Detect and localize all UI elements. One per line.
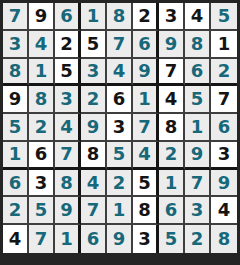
cell-r2c2[interactable]: 4: [29, 31, 55, 59]
cell-r9c9[interactable]: 8: [211, 225, 237, 253]
cell-r6c6[interactable]: 4: [133, 142, 159, 170]
cell-r2c7[interactable]: 9: [159, 31, 185, 59]
cell-r3c8[interactable]: 6: [185, 59, 211, 87]
cell-r2c6[interactable]: 6: [133, 31, 159, 59]
cell-r3c9[interactable]: 2: [211, 59, 237, 87]
cell-r2c1[interactable]: 3: [3, 31, 29, 59]
cell-r4c2[interactable]: 8: [29, 86, 55, 114]
cell-r8c3[interactable]: 9: [55, 197, 81, 225]
cell-r8c5[interactable]: 1: [107, 197, 133, 225]
cell-r1c1[interactable]: 7: [3, 3, 29, 31]
cell-r6c3[interactable]: 7: [55, 142, 81, 170]
cell-r9c4[interactable]: 6: [81, 225, 107, 253]
cell-r4c5[interactable]: 6: [107, 86, 133, 114]
cell-r6c4[interactable]: 8: [81, 142, 107, 170]
cell-r1c3[interactable]: 6: [55, 3, 81, 31]
cell-r6c8[interactable]: 9: [185, 142, 211, 170]
cell-r3c5[interactable]: 4: [107, 59, 133, 87]
cell-r6c5[interactable]: 5: [107, 142, 133, 170]
cell-r8c9[interactable]: 4: [211, 197, 237, 225]
cell-r1c7[interactable]: 3: [159, 3, 185, 31]
cell-r4c7[interactable]: 4: [159, 86, 185, 114]
cell-r3c3[interactable]: 5: [55, 59, 81, 87]
cell-r5c7[interactable]: 8: [159, 114, 185, 142]
cell-r2c9[interactable]: 1: [211, 31, 237, 59]
cell-r4c1[interactable]: 9: [3, 86, 29, 114]
cell-r3c6[interactable]: 9: [133, 59, 159, 87]
cell-r3c4[interactable]: 3: [81, 59, 107, 87]
cell-r5c9[interactable]: 6: [211, 114, 237, 142]
cell-r2c3[interactable]: 2: [55, 31, 81, 59]
cell-r5c8[interactable]: 1: [185, 114, 211, 142]
cell-r7c5[interactable]: 2: [107, 170, 133, 198]
cell-r5c6[interactable]: 7: [133, 114, 159, 142]
cell-r5c5[interactable]: 3: [107, 114, 133, 142]
cell-r5c3[interactable]: 4: [55, 114, 81, 142]
cell-r8c1[interactable]: 2: [3, 197, 29, 225]
cell-r7c9[interactable]: 9: [211, 170, 237, 198]
cell-r2c8[interactable]: 8: [185, 31, 211, 59]
cell-r2c5[interactable]: 7: [107, 31, 133, 59]
cell-r1c8[interactable]: 4: [185, 3, 211, 31]
sudoku-board-frame: 7961823453425769818153497629832614575249…: [0, 0, 240, 265]
cell-r3c2[interactable]: 1: [29, 59, 55, 87]
cell-r7c4[interactable]: 4: [81, 170, 107, 198]
cell-r9c7[interactable]: 5: [159, 225, 185, 253]
cell-r9c5[interactable]: 9: [107, 225, 133, 253]
cell-r9c3[interactable]: 1: [55, 225, 81, 253]
cell-r3c7[interactable]: 7: [159, 59, 185, 87]
cell-r7c8[interactable]: 7: [185, 170, 211, 198]
cell-r5c2[interactable]: 2: [29, 114, 55, 142]
cell-r1c6[interactable]: 2: [133, 3, 159, 31]
cell-r6c9[interactable]: 3: [211, 142, 237, 170]
cell-r9c6[interactable]: 3: [133, 225, 159, 253]
cell-r7c7[interactable]: 1: [159, 170, 185, 198]
cell-r6c2[interactable]: 6: [29, 142, 55, 170]
sudoku-board: 7961823453425769818153497629832614575249…: [3, 3, 237, 253]
cell-r8c7[interactable]: 6: [159, 197, 185, 225]
cell-r9c1[interactable]: 4: [3, 225, 29, 253]
cell-r7c3[interactable]: 8: [55, 170, 81, 198]
cell-r7c2[interactable]: 3: [29, 170, 55, 198]
cell-r5c4[interactable]: 9: [81, 114, 107, 142]
cell-r6c7[interactable]: 2: [159, 142, 185, 170]
cell-r4c3[interactable]: 3: [55, 86, 81, 114]
cell-r5c1[interactable]: 5: [3, 114, 29, 142]
cell-r1c9[interactable]: 5: [211, 3, 237, 31]
cell-r1c5[interactable]: 8: [107, 3, 133, 31]
cell-r8c6[interactable]: 8: [133, 197, 159, 225]
cell-r7c6[interactable]: 5: [133, 170, 159, 198]
cell-r2c4[interactable]: 5: [81, 31, 107, 59]
cell-r1c4[interactable]: 1: [81, 3, 107, 31]
cell-r9c8[interactable]: 2: [185, 225, 211, 253]
cell-r6c1[interactable]: 1: [3, 142, 29, 170]
cell-r7c1[interactable]: 6: [3, 170, 29, 198]
cell-r1c2[interactable]: 9: [29, 3, 55, 31]
cell-r9c2[interactable]: 7: [29, 225, 55, 253]
cell-r8c4[interactable]: 7: [81, 197, 107, 225]
cell-r4c6[interactable]: 1: [133, 86, 159, 114]
cell-r3c1[interactable]: 8: [3, 59, 29, 87]
cell-r4c9[interactable]: 7: [211, 86, 237, 114]
cell-r4c8[interactable]: 5: [185, 86, 211, 114]
cell-r8c2[interactable]: 5: [29, 197, 55, 225]
cell-r4c4[interactable]: 2: [81, 86, 107, 114]
cell-r8c8[interactable]: 3: [185, 197, 211, 225]
